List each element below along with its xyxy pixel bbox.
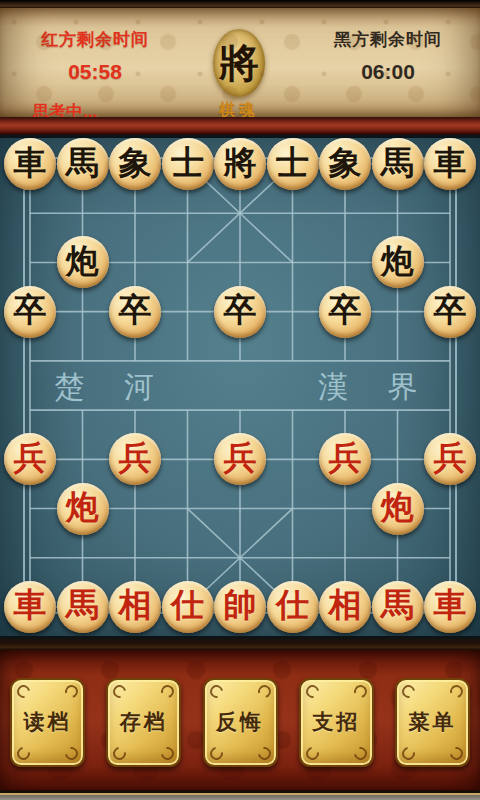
menu-button[interactable]: 菜单 bbox=[395, 678, 470, 767]
piece-red-chariot-0-9[interactable]: 車 bbox=[4, 581, 56, 633]
xiangqi-app: 红方剩余时间 05:58 思考中... 黑方剩余时间 06:00 將 棋魂 楚 … bbox=[0, 0, 480, 800]
piece-black-cannon-7-2[interactable]: 炮 bbox=[372, 236, 424, 288]
piece-glyph: 兵 bbox=[14, 442, 47, 475]
piece-black-general-4-0[interactable]: 將 bbox=[214, 138, 266, 190]
piece-glyph: 相 bbox=[119, 589, 152, 622]
seal-general-glyph: 將 bbox=[219, 36, 259, 91]
piece-black-chariot-8-0[interactable]: 車 bbox=[424, 138, 476, 190]
piece-glyph: 仕 bbox=[171, 589, 204, 622]
piece-red-horse-1-9[interactable]: 馬 bbox=[57, 581, 109, 633]
piece-glyph: 士 bbox=[171, 147, 204, 180]
piece-glyph: 卒 bbox=[434, 294, 467, 327]
piece-black-soldier-4-3[interactable]: 卒 bbox=[214, 286, 266, 338]
piece-glyph: 車 bbox=[14, 589, 47, 622]
piece-black-cannon-1-2[interactable]: 炮 bbox=[57, 236, 109, 288]
piece-glyph: 炮 bbox=[381, 491, 414, 524]
piece-glyph: 馬 bbox=[66, 147, 99, 180]
piece-glyph: 象 bbox=[119, 147, 152, 180]
hint-button[interactable]: 支招 bbox=[299, 678, 374, 767]
piece-glyph: 象 bbox=[329, 147, 362, 180]
piece-black-horse-1-0[interactable]: 馬 bbox=[57, 138, 109, 190]
piece-black-advisor-3-0[interactable]: 士 bbox=[162, 138, 214, 190]
black-timer-block: 黑方剩余时间 06:00 bbox=[310, 28, 466, 84]
piece-red-horse-7-9[interactable]: 馬 bbox=[372, 581, 424, 633]
red-timer-label: 红方剩余时间 bbox=[20, 28, 170, 51]
piece-glyph: 兵 bbox=[224, 442, 257, 475]
red-time-value: 05:58 bbox=[20, 60, 170, 84]
piece-glyph: 卒 bbox=[329, 294, 362, 327]
piece-black-soldier-6-3[interactable]: 卒 bbox=[319, 286, 371, 338]
piece-glyph: 兵 bbox=[434, 442, 467, 475]
red-timer-block: 红方剩余时间 05:58 bbox=[20, 28, 170, 84]
board-frame-top bbox=[0, 117, 480, 135]
piece-glyph: 車 bbox=[434, 147, 467, 180]
piece-glyph: 仕 bbox=[276, 589, 309, 622]
piece-glyph: 炮 bbox=[66, 491, 99, 524]
piece-red-soldier-6-6[interactable]: 兵 bbox=[319, 433, 371, 485]
toolbar: 读档 存档 反悔 支招 菜单 bbox=[0, 678, 480, 768]
piece-glyph: 馬 bbox=[381, 147, 414, 180]
piece-glyph: 將 bbox=[224, 147, 257, 180]
piece-glyph: 車 bbox=[14, 147, 47, 180]
board-frame-bottom bbox=[0, 636, 480, 650]
piece-glyph: 馬 bbox=[66, 589, 99, 622]
piece-black-chariot-0-0[interactable]: 車 bbox=[4, 138, 56, 190]
piece-black-horse-7-0[interactable]: 馬 bbox=[372, 138, 424, 190]
piece-red-soldier-8-6[interactable]: 兵 bbox=[424, 433, 476, 485]
piece-red-soldier-0-6[interactable]: 兵 bbox=[4, 433, 56, 485]
piece-red-advisor-3-9[interactable]: 仕 bbox=[162, 581, 214, 633]
piece-red-cannon-1-7[interactable]: 炮 bbox=[57, 483, 109, 535]
piece-black-soldier-8-3[interactable]: 卒 bbox=[424, 286, 476, 338]
piece-glyph: 兵 bbox=[119, 442, 152, 475]
piece-glyph: 馬 bbox=[381, 589, 414, 622]
piece-red-soldier-2-6[interactable]: 兵 bbox=[109, 433, 161, 485]
piece-black-soldier-0-3[interactable]: 卒 bbox=[4, 286, 56, 338]
header-panel: 红方剩余时间 05:58 思考中... 黑方剩余时间 06:00 將 棋魂 bbox=[0, 8, 480, 117]
piece-glyph: 兵 bbox=[329, 442, 362, 475]
river-label-han: 漢 界 bbox=[306, 367, 446, 408]
xiangqi-board[interactable]: 楚 河 漢 界 車馬象士將士象馬車炮炮卒卒卒卒卒兵兵兵兵兵炮炮車馬相仕帥仕相馬車 bbox=[0, 138, 480, 636]
undo-move-button[interactable]: 反悔 bbox=[203, 678, 278, 767]
piece-glyph: 炮 bbox=[66, 245, 99, 278]
piece-red-elephant-2-9[interactable]: 相 bbox=[109, 581, 161, 633]
piece-glyph: 卒 bbox=[14, 294, 47, 327]
piece-red-soldier-4-6[interactable]: 兵 bbox=[214, 433, 266, 485]
piece-red-chariot-8-9[interactable]: 車 bbox=[424, 581, 476, 633]
piece-glyph: 卒 bbox=[119, 294, 152, 327]
piece-glyph: 帥 bbox=[224, 589, 257, 622]
piece-red-elephant-6-9[interactable]: 相 bbox=[319, 581, 371, 633]
piece-glyph: 炮 bbox=[381, 245, 414, 278]
app-seal-logo-icon: 將 bbox=[213, 29, 265, 97]
save-game-button[interactable]: 存档 bbox=[106, 678, 181, 767]
piece-black-elephant-6-0[interactable]: 象 bbox=[319, 138, 371, 190]
piece-red-cannon-7-7[interactable]: 炮 bbox=[372, 483, 424, 535]
piece-black-advisor-5-0[interactable]: 士 bbox=[267, 138, 319, 190]
piece-red-general-4-9[interactable]: 帥 bbox=[214, 581, 266, 633]
river-label-chu: 楚 河 bbox=[42, 367, 182, 408]
black-timer-label: 黑方剩余时间 bbox=[310, 28, 466, 51]
piece-black-elephant-2-0[interactable]: 象 bbox=[109, 138, 161, 190]
piece-red-advisor-5-9[interactable]: 仕 bbox=[267, 581, 319, 633]
piece-glyph: 士 bbox=[276, 147, 309, 180]
piece-glyph: 相 bbox=[329, 589, 362, 622]
piece-glyph: 車 bbox=[434, 589, 467, 622]
piece-black-soldier-2-3[interactable]: 卒 bbox=[109, 286, 161, 338]
top-frame-edge bbox=[0, 0, 480, 8]
piece-glyph: 卒 bbox=[224, 294, 257, 327]
footer-edge-gray bbox=[0, 795, 480, 800]
load-game-button[interactable]: 读档 bbox=[10, 678, 85, 767]
black-time-value: 06:00 bbox=[310, 60, 466, 84]
